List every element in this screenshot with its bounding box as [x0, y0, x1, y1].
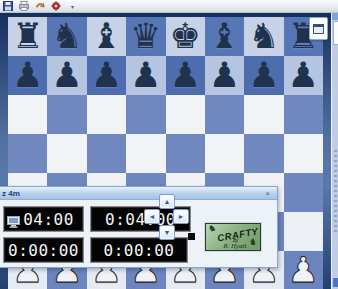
square-e8[interactable]: ♚: [166, 17, 205, 56]
square-f6[interactable]: [205, 95, 244, 134]
side-window-button[interactable]: [333, 21, 338, 45]
engine-icon[interactable]: [51, 1, 61, 11]
knight-icon: ♞: [248, 236, 258, 247]
undo-icon[interactable]: [35, 1, 45, 11]
square-b5[interactable]: [47, 134, 86, 173]
toolbar-overflow-icon[interactable]: ▾: [71, 3, 74, 10]
square-c5[interactable]: [87, 134, 126, 173]
engine-logo-author: R. Hyatt: [223, 243, 246, 249]
clock-window-title: z 4m: [2, 189, 20, 198]
square-g5[interactable]: [244, 134, 283, 173]
square-a8[interactable]: ♜: [8, 17, 47, 56]
square-a7[interactable]: ♟: [8, 56, 47, 95]
square-d5[interactable]: [126, 134, 165, 173]
square-c6[interactable]: [87, 95, 126, 134]
square-h5[interactable]: [284, 134, 323, 173]
square-d7[interactable]: ♟: [126, 56, 165, 95]
square-f5[interactable]: [205, 134, 244, 173]
square-h6[interactable]: [284, 95, 323, 134]
clock-white-time-value: 04:00: [13, 210, 74, 229]
square-a5[interactable]: [8, 134, 47, 173]
close-icon[interactable]: ×: [265, 189, 270, 198]
side-window-scrollbar[interactable]: [334, 150, 337, 234]
nav-up-button[interactable]: ▲: [159, 194, 175, 209]
square-g6[interactable]: [244, 95, 283, 134]
toolbar: ▾: [0, 0, 338, 13]
square-h7[interactable]: ♟: [284, 56, 323, 95]
square-d8[interactable]: ♛: [126, 17, 165, 56]
computer-icon: [7, 213, 20, 232]
clock-window: z 4m × 04:00 0:04:00 0:00:00 0:00:00 ▲: [0, 186, 278, 268]
square-g8[interactable]: ♞: [244, 17, 283, 56]
engine-logo: ♞ CRAFTY By R. Hyatt ♞: [205, 223, 261, 251]
square-b6[interactable]: [47, 95, 86, 134]
nav-down-button[interactable]: ▼: [159, 225, 175, 240]
square-h3[interactable]: [284, 212, 323, 251]
nav-forward-button[interactable]: ►: [173, 209, 189, 224]
square-g7[interactable]: ♟: [244, 56, 283, 95]
window-icon: [313, 24, 324, 34]
side-window-label: [333, 278, 338, 287]
chess-app-window: ▾ ♜♞♝♛♚♝♞♜♟♟♟♟♟♟♟♟♟♟♟♟♟♟♟♟♜♞♝♛♚♝♞♜ z 4m …: [0, 0, 338, 289]
side-to-move-indicator: [188, 233, 195, 240]
clock-black-elapsed: 0:00:00: [90, 237, 188, 263]
save-icon[interactable]: [3, 1, 13, 11]
side-window-titlebar[interactable]: [332, 13, 338, 20]
clock-black-elapsed-value: 0:00:00: [104, 241, 175, 260]
square-c8[interactable]: ♝: [87, 17, 126, 56]
nav-back-button[interactable]: ◄: [144, 209, 160, 224]
square-h2[interactable]: ♟: [284, 251, 323, 289]
square-f8[interactable]: ♝: [205, 17, 244, 56]
square-f7[interactable]: ♟: [205, 56, 244, 95]
clock-white-elapsed-value: 0:00:00: [8, 241, 79, 260]
clock-white-elapsed: 0:00:00: [3, 237, 84, 263]
square-e5[interactable]: [166, 134, 205, 173]
square-b8[interactable]: ♞: [47, 17, 86, 56]
square-b7[interactable]: ♟: [47, 56, 86, 95]
square-d6[interactable]: [126, 95, 165, 134]
square-h4[interactable]: [284, 173, 323, 212]
square-c7[interactable]: ♟: [87, 56, 126, 95]
clock-white-time: 04:00: [3, 206, 84, 232]
square-a6[interactable]: [8, 95, 47, 134]
print-icon[interactable]: [19, 1, 29, 11]
square-e7[interactable]: ♟: [166, 56, 205, 95]
restore-window-button[interactable]: [309, 17, 328, 40]
clock-window-titlebar[interactable]: z 4m ×: [0, 187, 277, 200]
side-window-edge[interactable]: [331, 13, 338, 289]
square-e6[interactable]: [166, 95, 205, 134]
